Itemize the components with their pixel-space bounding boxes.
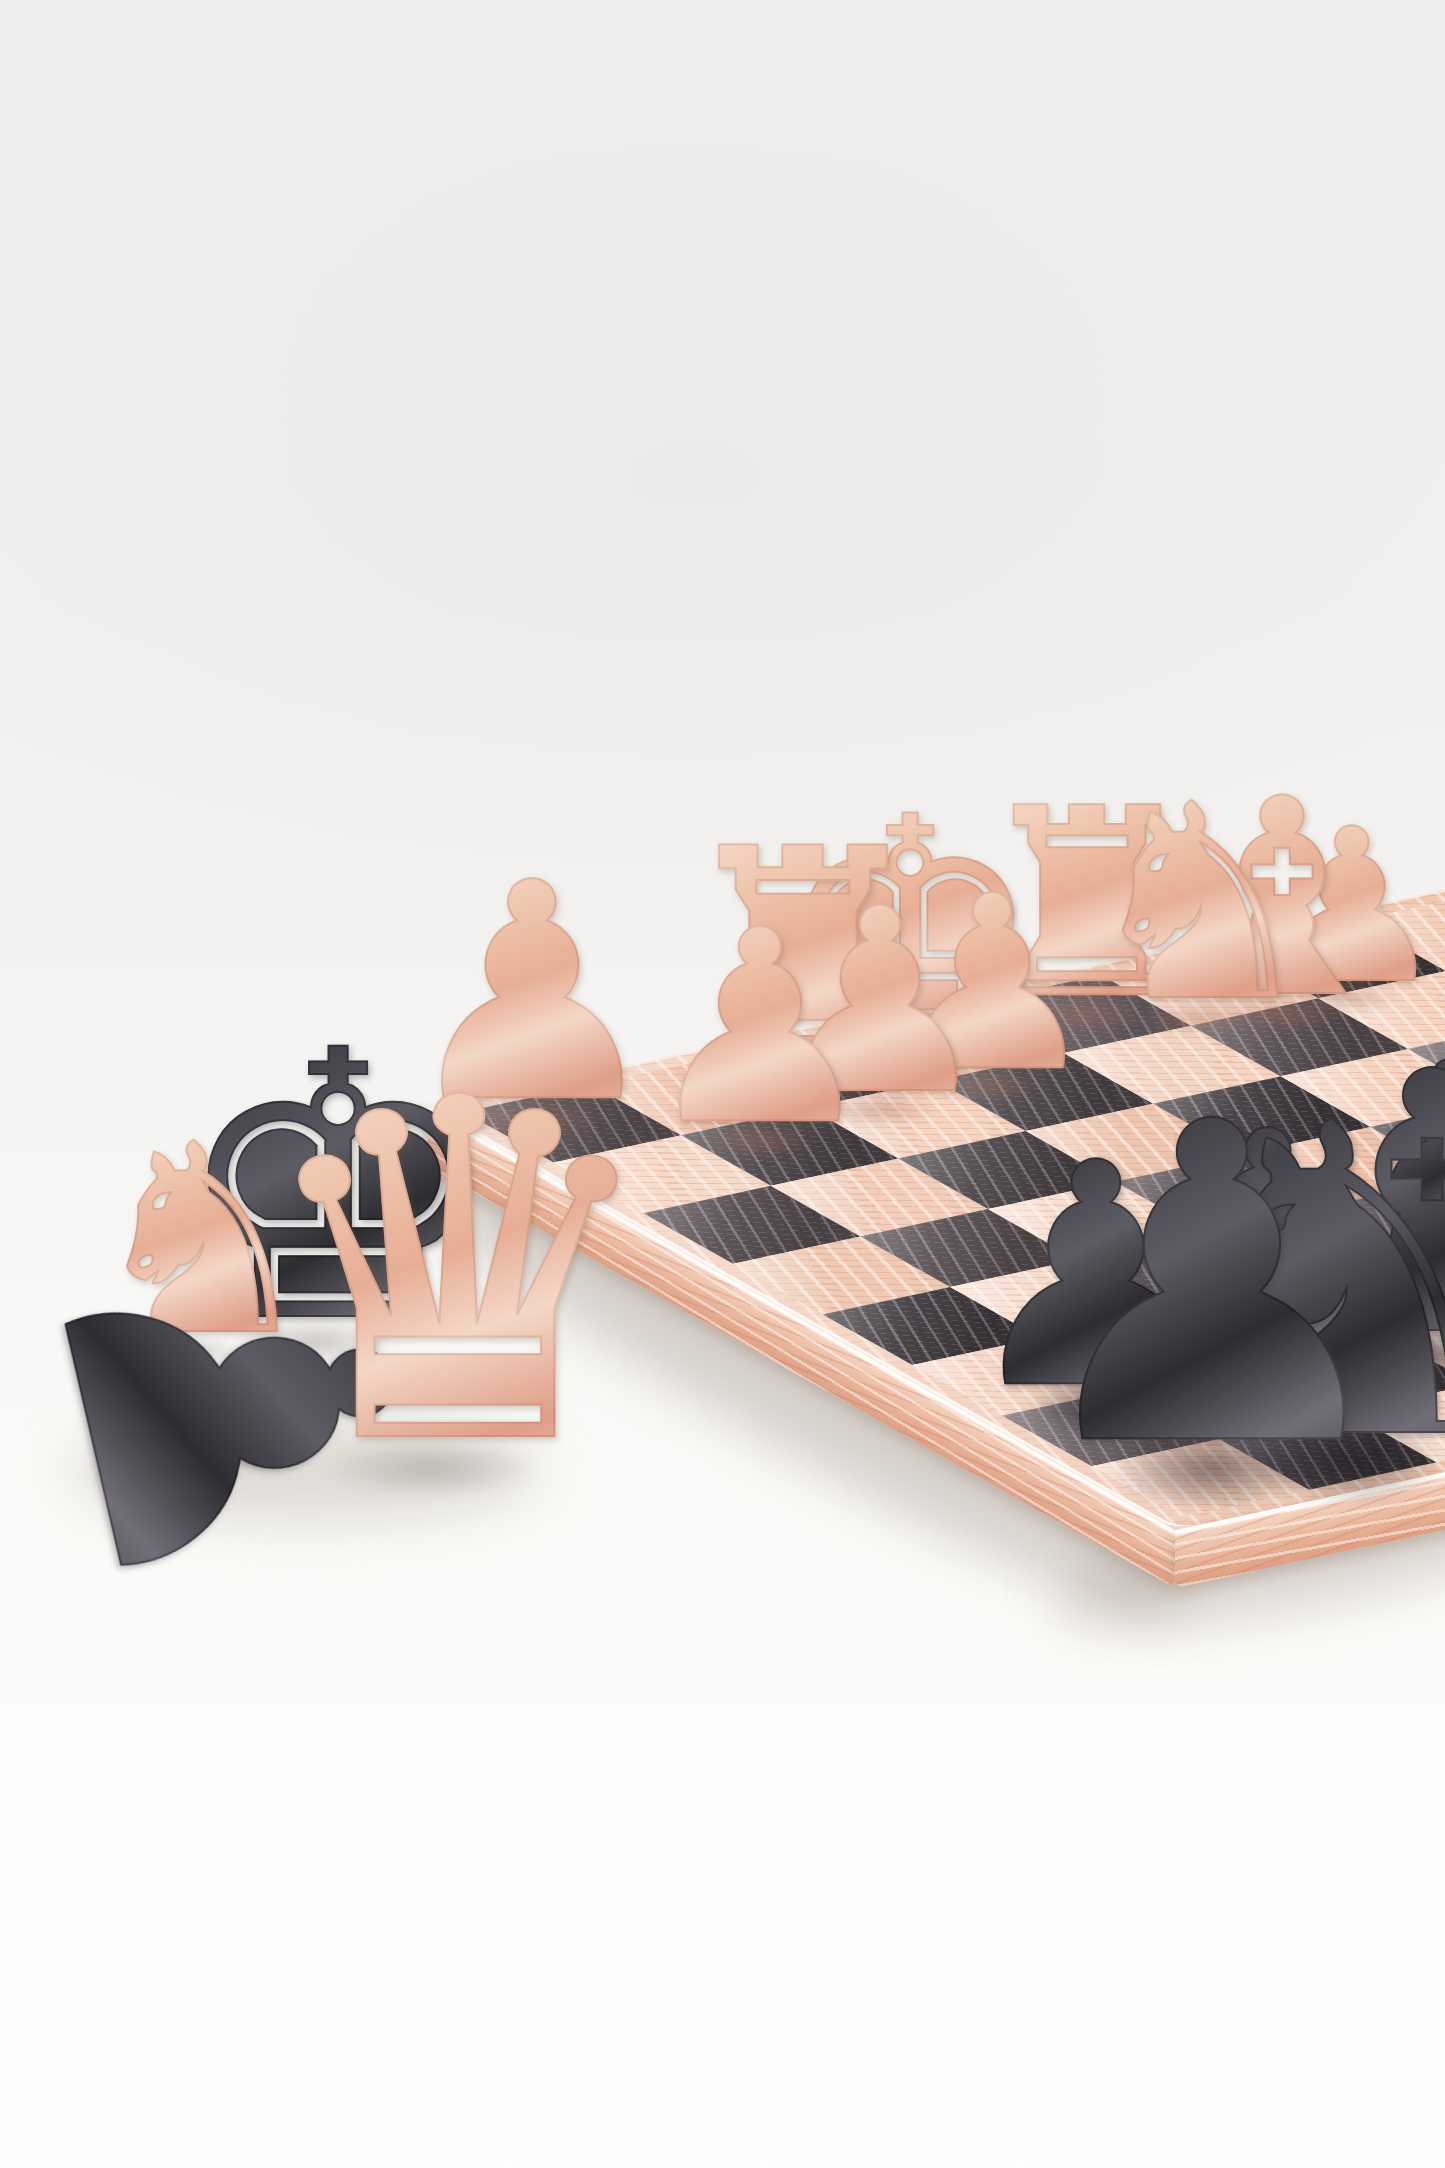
photo-scene: ♟♜♝♞♚♜♟♟♟♟♟♚♞♟♝♟♟♞♟♛	[0, 0, 1445, 2168]
piece-pink-queen-offboard[interactable]: ♛	[247, 1039, 668, 1509]
piece-black-pawn-b2[interactable]: ♟	[1015, 1066, 1409, 1506]
piece-pink-pawn-b7[interactable]: ♟	[641, 895, 879, 1161]
